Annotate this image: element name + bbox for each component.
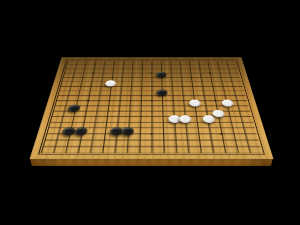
board-front-edge (30, 158, 273, 166)
go-stone-black: ● (156, 72, 166, 78)
go-stone-white: ● (105, 80, 116, 86)
go-stone-black: ● (110, 127, 123, 135)
hoshi-point (220, 133, 223, 135)
hoshi-point (214, 100, 217, 101)
hoshi-point (150, 133, 153, 135)
hoshi-point (86, 100, 89, 101)
go-stone-black: ● (122, 127, 135, 135)
go-stone-white: ● (168, 115, 180, 123)
hoshi-point (92, 72, 95, 73)
go-stone-black: ● (157, 90, 168, 97)
go-stone-white: ● (189, 99, 201, 106)
hoshi-point (150, 100, 153, 101)
grid-area[interactable]: ●●●●●●●●●●●●●● (41, 61, 263, 153)
go-stone-black: ● (68, 105, 81, 112)
go-stone-white: ● (202, 115, 215, 123)
go-stone-white: ● (179, 115, 192, 123)
go-board[interactable]: ●●●●●●●●●●●●●● (30, 57, 274, 158)
go-stone-black: ● (74, 127, 88, 135)
go-scene: ●●●●●●●●●●●●●● (0, 0, 300, 225)
hoshi-point (150, 72, 153, 73)
go-stone-white: ● (212, 110, 225, 117)
hoshi-point (208, 72, 211, 73)
go-stone-white: ● (221, 99, 234, 106)
